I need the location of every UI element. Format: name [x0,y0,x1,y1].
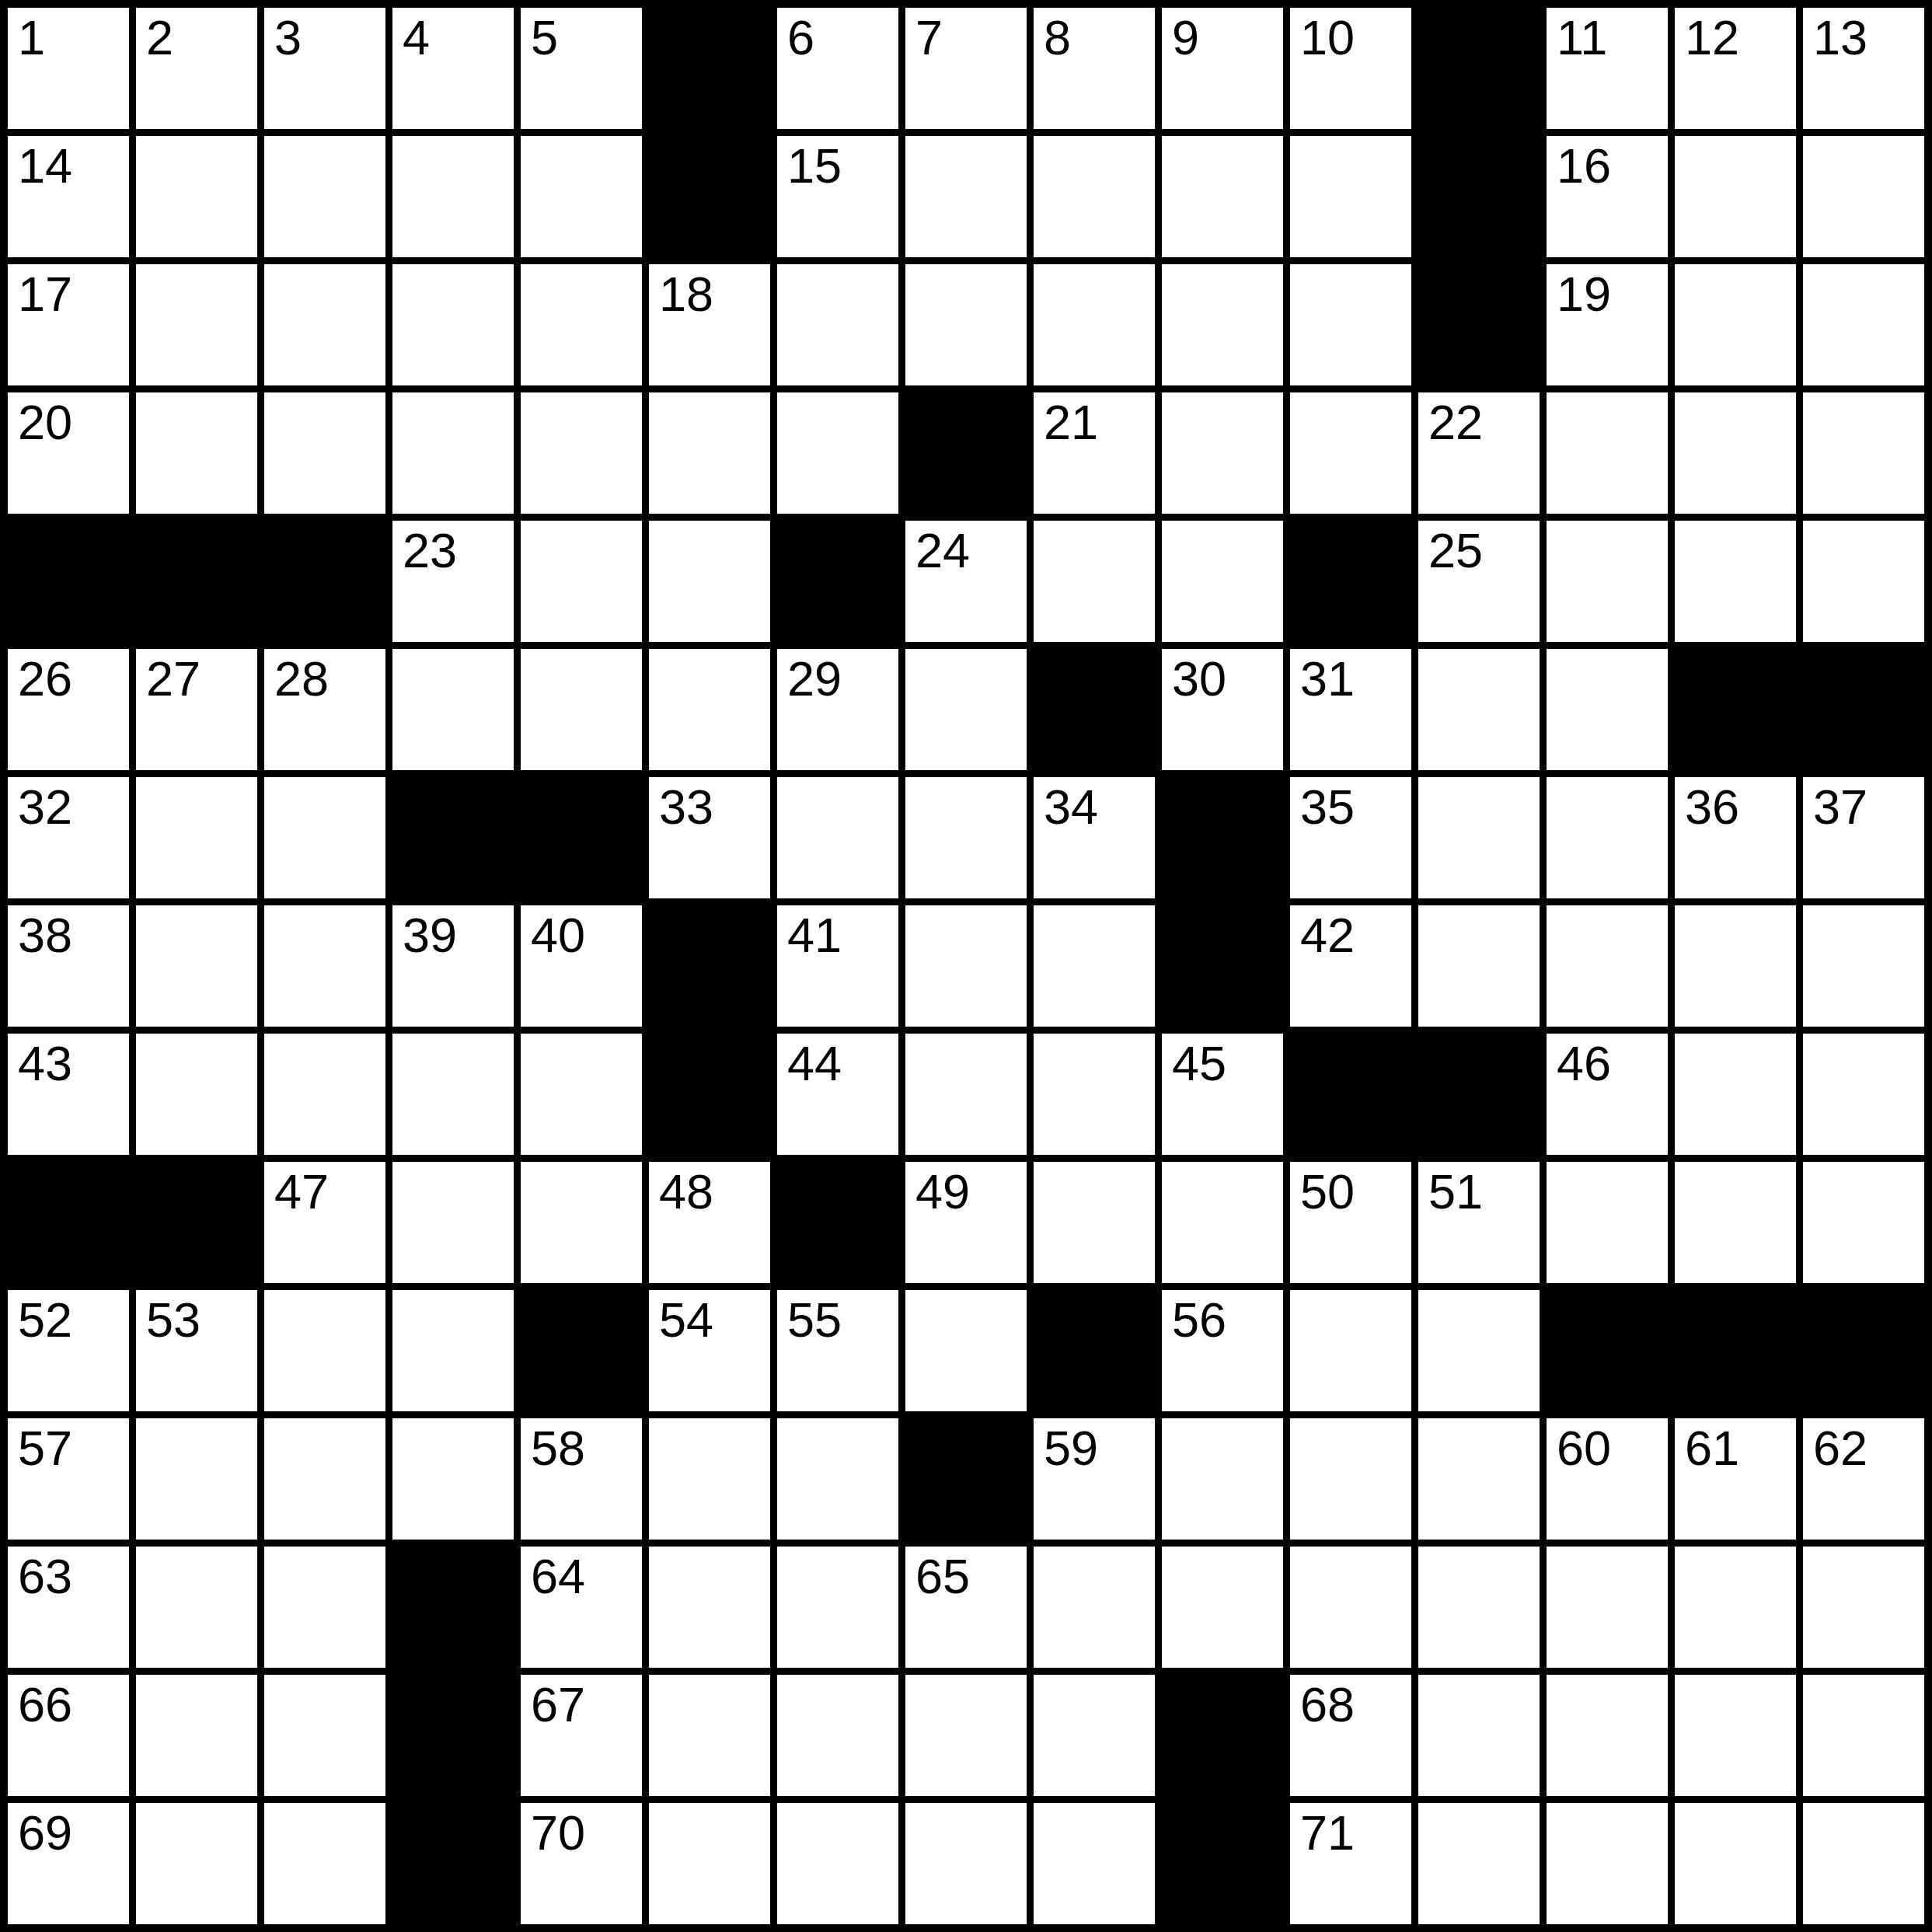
clue-number: 3 [274,9,302,65]
white-cell[interactable]: 41 [777,905,898,1027]
white-cell[interactable] [392,1034,514,1155]
clue-number: 44 [787,1035,842,1091]
white-cell[interactable] [521,136,642,257]
clue-number: 59 [1044,1420,1098,1476]
white-cell[interactable] [1547,1547,1668,1668]
clue-number: 27 [146,650,201,706]
white-cell[interactable]: 27 [136,649,257,770]
white-cell[interactable]: 65 [905,1547,1027,1668]
white-cell[interactable] [905,136,1027,257]
clue-number: 12 [1685,9,1739,65]
white-cell[interactable]: 69 [8,1803,129,1924]
white-cell[interactable]: 48 [649,1162,770,1283]
black-cell [649,136,770,257]
white-cell[interactable] [392,1162,514,1283]
white-cell[interactable]: 1 [8,8,129,129]
white-cell[interactable]: 20 [8,392,129,514]
clue-number: 66 [18,1676,72,1732]
white-cell[interactable]: 56 [1162,1290,1283,1411]
white-cell[interactable]: 42 [1290,905,1411,1027]
white-cell[interactable] [1675,905,1796,1027]
white-cell[interactable] [136,264,257,385]
black-cell [392,1675,514,1796]
white-cell[interactable] [905,777,1027,898]
clue-number: 19 [1557,266,1611,322]
white-cell[interactable] [1547,649,1668,770]
white-cell[interactable] [649,1803,770,1924]
clue-number: 34 [1044,779,1098,835]
white-cell[interactable] [777,264,898,385]
white-cell[interactable]: 37 [1803,777,1924,898]
clue-number: 1 [18,9,45,65]
white-cell[interactable] [1162,1162,1283,1283]
white-cell[interactable]: 14 [8,136,129,257]
white-cell[interactable] [1034,1162,1155,1283]
black-cell [777,1162,898,1283]
clue-number: 64 [531,1548,585,1604]
white-cell[interactable] [1675,1547,1796,1668]
white-cell[interactable] [905,1803,1027,1924]
clue-number: 6 [787,9,814,65]
white-cell[interactable] [392,1290,514,1411]
white-cell[interactable] [777,777,898,898]
white-cell[interactable] [1803,1675,1924,1796]
white-cell[interactable]: 43 [8,1034,129,1155]
clue-number: 48 [659,1163,713,1219]
black-cell [8,1162,129,1283]
clue-number: 57 [18,1420,72,1476]
clue-number: 14 [18,138,72,194]
white-cell[interactable] [777,392,898,514]
white-cell[interactable] [1034,264,1155,385]
white-cell[interactable] [1034,1803,1155,1924]
black-cell [1162,777,1283,898]
clue-number: 25 [1428,522,1483,578]
clue-number: 13 [1813,9,1867,65]
black-cell [1418,8,1540,129]
white-cell[interactable] [264,1547,385,1668]
white-cell[interactable] [1675,136,1796,257]
white-cell[interactable] [1547,392,1668,514]
white-cell[interactable] [1418,1418,1540,1540]
black-cell [264,521,385,642]
white-cell[interactable] [1803,264,1924,385]
clue-number: 29 [787,650,842,706]
white-cell[interactable]: 57 [8,1418,129,1540]
clue-number: 16 [1557,138,1611,194]
clue-number: 10 [1300,9,1355,65]
white-cell[interactable] [1162,1418,1283,1540]
white-cell[interactable] [777,1675,898,1796]
white-cell[interactable]: 66 [8,1675,129,1796]
white-cell[interactable] [264,392,385,514]
clue-number: 5 [531,9,558,65]
clue-number: 51 [1428,1163,1483,1219]
white-cell[interactable]: 50 [1290,1162,1411,1283]
white-cell[interactable]: 36 [1675,777,1796,898]
clue-number: 30 [1172,650,1226,706]
white-cell[interactable]: 5 [521,8,642,129]
clue-number: 71 [1300,1805,1355,1861]
clue-number: 2 [146,9,173,65]
white-cell[interactable]: 21 [1034,392,1155,514]
white-cell[interactable] [905,1290,1027,1411]
white-cell[interactable] [1675,392,1796,514]
white-cell[interactable] [1162,1547,1283,1668]
clue-number: 69 [18,1805,72,1861]
white-cell[interactable] [136,1675,257,1796]
white-cell[interactable] [1803,1803,1924,1924]
white-cell[interactable] [392,392,514,514]
black-cell [1162,905,1283,1027]
clue-number: 50 [1300,1163,1355,1219]
black-cell [392,777,514,898]
white-cell[interactable] [777,1418,898,1540]
clue-number: 68 [1300,1676,1355,1732]
crossword-board: 1234567891011121314151617181920212223242… [0,0,1932,1932]
white-cell[interactable] [1803,1547,1924,1668]
white-cell[interactable] [1034,521,1155,642]
black-cell [1803,1290,1924,1411]
white-cell[interactable]: 67 [521,1675,642,1796]
white-cell[interactable]: 6 [777,8,898,129]
white-cell[interactable] [905,649,1027,770]
white-cell[interactable] [264,1418,385,1540]
clue-number: 54 [659,1292,713,1348]
white-cell[interactable]: 59 [1034,1418,1155,1540]
clue-number: 45 [1172,1035,1226,1091]
black-cell [905,392,1027,514]
clue-number: 35 [1300,779,1355,835]
white-cell[interactable] [136,1803,257,1924]
black-cell [1418,1034,1540,1155]
white-cell[interactable]: 71 [1290,1803,1411,1924]
black-cell [649,1034,770,1155]
black-cell [1675,1290,1796,1411]
black-cell [1418,136,1540,257]
clue-number: 31 [1300,650,1355,706]
white-cell[interactable]: 51 [1418,1162,1540,1283]
white-cell[interactable]: 3 [264,8,385,129]
white-cell[interactable] [392,649,514,770]
white-cell[interactable]: 23 [392,521,514,642]
white-cell[interactable] [1803,392,1924,514]
clue-number: 41 [787,907,842,963]
white-cell[interactable] [1034,1034,1155,1155]
white-cell[interactable] [1162,392,1283,514]
white-cell[interactable]: 19 [1547,264,1668,385]
clue-number: 11 [1557,9,1607,65]
white-cell[interactable] [136,777,257,898]
white-cell[interactable] [1675,1034,1796,1155]
white-cell[interactable]: 22 [1418,392,1540,514]
white-cell[interactable]: 53 [136,1290,257,1411]
clue-number: 38 [18,907,72,963]
white-cell[interactable]: 64 [521,1547,642,1668]
black-cell [1418,264,1540,385]
black-cell [1290,1034,1411,1155]
clue-number: 70 [531,1805,585,1861]
clue-number: 37 [1813,779,1867,835]
white-cell[interactable] [905,1034,1027,1155]
white-cell[interactable]: 62 [1803,1418,1924,1540]
white-cell[interactable] [136,136,257,257]
clue-number: 24 [915,522,970,578]
white-cell[interactable] [649,521,770,642]
black-cell [649,8,770,129]
black-cell [521,1290,642,1411]
white-cell[interactable] [521,1034,642,1155]
clue-number: 8 [1044,9,1071,65]
white-cell[interactable]: 18 [649,264,770,385]
clue-number: 20 [18,394,72,450]
white-cell[interactable]: 2 [136,8,257,129]
white-cell[interactable]: 46 [1547,1034,1668,1155]
white-cell[interactable] [136,1547,257,1668]
white-cell[interactable] [1418,1675,1540,1796]
white-cell[interactable] [521,392,642,514]
black-cell [1803,649,1924,770]
clue-number: 49 [915,1163,970,1219]
white-cell[interactable] [1162,264,1283,385]
white-cell[interactable]: 40 [521,905,642,1027]
white-cell[interactable] [264,905,385,1027]
white-cell[interactable] [1034,905,1155,1027]
black-cell [905,1418,1027,1540]
black-cell [521,777,642,898]
white-cell[interactable] [777,1803,898,1924]
white-cell[interactable] [1675,1675,1796,1796]
white-cell[interactable] [1675,1803,1796,1924]
white-cell[interactable]: 68 [1290,1675,1411,1796]
white-cell[interactable] [905,1675,1027,1796]
white-cell[interactable]: 58 [521,1418,642,1540]
white-cell[interactable] [1675,264,1796,385]
white-cell[interactable]: 35 [1290,777,1411,898]
white-cell[interactable]: 9 [1162,8,1283,129]
white-cell[interactable]: 15 [777,136,898,257]
white-cell[interactable]: 24 [905,521,1027,642]
clue-number: 55 [787,1292,842,1348]
black-cell [8,521,129,642]
clue-number: 60 [1557,1420,1611,1476]
black-cell [1162,1675,1283,1796]
black-cell [1675,649,1796,770]
white-cell[interactable]: 63 [8,1547,129,1668]
white-cell[interactable] [1675,1162,1796,1283]
white-cell[interactable] [1547,521,1668,642]
clue-number: 26 [18,650,72,706]
white-cell[interactable] [1547,1803,1668,1924]
clue-number: 65 [915,1548,970,1604]
clue-number: 7 [915,9,943,65]
white-cell[interactable] [264,1675,385,1796]
white-cell[interactable] [649,1418,770,1540]
white-cell[interactable] [1418,1290,1540,1411]
white-cell[interactable] [1290,1547,1411,1668]
clue-number: 63 [18,1548,72,1604]
white-cell[interactable] [1675,521,1796,642]
black-cell [1547,1290,1668,1411]
clue-number: 4 [403,9,430,65]
white-cell[interactable]: 45 [1162,1034,1283,1155]
black-cell [777,521,898,642]
clue-number: 39 [403,907,457,963]
white-cell[interactable]: 30 [1162,649,1283,770]
white-cell[interactable]: 55 [777,1290,898,1411]
white-cell[interactable]: 11 [1547,8,1668,129]
white-cell[interactable] [136,1034,257,1155]
clue-number: 58 [531,1420,585,1476]
white-cell[interactable] [1547,1162,1668,1283]
white-cell[interactable] [1290,1418,1411,1540]
white-cell[interactable] [1803,521,1924,642]
white-cell[interactable]: 10 [1290,8,1411,129]
white-cell[interactable] [264,136,385,257]
white-cell[interactable]: 8 [1034,8,1155,129]
black-cell [392,1803,514,1924]
clue-number: 9 [1172,9,1199,65]
clue-number: 52 [18,1292,72,1348]
white-cell[interactable]: 13 [1803,8,1924,129]
white-cell[interactable] [649,1675,770,1796]
white-cell[interactable]: 4 [392,8,514,129]
white-cell[interactable]: 61 [1675,1418,1796,1540]
black-cell [649,905,770,1027]
white-cell[interactable] [521,521,642,642]
white-cell[interactable]: 28 [264,649,385,770]
clue-number: 67 [531,1676,585,1732]
white-cell[interactable] [392,1418,514,1540]
white-cell[interactable] [136,392,257,514]
clue-number: 42 [1300,907,1355,963]
white-cell[interactable]: 31 [1290,649,1411,770]
white-cell[interactable]: 52 [8,1290,129,1411]
white-cell[interactable]: 26 [8,649,129,770]
clue-number: 15 [787,138,842,194]
clue-number: 40 [531,907,585,963]
black-cell [1034,649,1155,770]
white-cell[interactable] [136,905,257,1027]
white-cell[interactable]: 25 [1418,521,1540,642]
white-cell[interactable] [905,264,1027,385]
white-cell[interactable] [1290,392,1411,514]
white-cell[interactable] [1803,1162,1924,1283]
white-cell[interactable] [1290,1290,1411,1411]
clue-number: 18 [659,266,713,322]
white-cell[interactable] [1034,1547,1155,1668]
white-cell[interactable] [1162,521,1283,642]
white-cell[interactable]: 44 [777,1034,898,1155]
clue-number: 21 [1044,394,1098,450]
white-cell[interactable] [1803,1034,1924,1155]
clue-number: 43 [18,1035,72,1091]
white-cell[interactable]: 47 [264,1162,385,1283]
white-cell[interactable]: 16 [1547,136,1668,257]
white-cell[interactable] [264,264,385,385]
white-cell[interactable]: 34 [1034,777,1155,898]
white-cell[interactable] [1547,777,1668,898]
white-cell[interactable] [1418,1547,1540,1668]
clue-number: 23 [403,522,457,578]
white-cell[interactable] [1162,136,1283,257]
white-cell[interactable] [521,1162,642,1283]
white-cell[interactable] [1418,649,1540,770]
clue-number: 47 [274,1163,329,1219]
white-cell[interactable]: 49 [905,1162,1027,1283]
clue-number: 32 [18,779,72,835]
white-cell[interactable]: 33 [649,777,770,898]
white-cell[interactable] [1803,136,1924,257]
clue-number: 17 [18,266,72,322]
white-cell[interactable] [136,1418,257,1540]
white-cell[interactable] [649,392,770,514]
white-cell[interactable] [264,1290,385,1411]
white-cell[interactable]: 70 [521,1803,642,1924]
white-cell[interactable] [521,264,642,385]
white-cell[interactable] [1418,777,1540,898]
white-cell[interactable] [1034,136,1155,257]
white-cell[interactable]: 39 [392,905,514,1027]
clue-number: 56 [1172,1292,1226,1348]
clue-number: 61 [1685,1420,1739,1476]
white-cell[interactable] [1418,905,1540,1027]
white-cell[interactable] [264,1034,385,1155]
white-cell[interactable] [264,1803,385,1924]
white-cell[interactable] [264,777,385,898]
clue-number: 46 [1557,1035,1611,1091]
black-cell [1034,1290,1155,1411]
white-cell[interactable] [1803,905,1924,1027]
white-cell[interactable]: 54 [649,1290,770,1411]
white-cell[interactable] [905,905,1027,1027]
white-cell[interactable] [1290,136,1411,257]
white-cell[interactable] [392,136,514,257]
white-cell[interactable] [392,264,514,385]
white-cell[interactable]: 17 [8,264,129,385]
white-cell[interactable] [1034,1675,1155,1796]
white-cell[interactable]: 32 [8,777,129,898]
clue-number: 53 [146,1292,201,1348]
white-cell[interactable]: 29 [777,649,898,770]
white-cell[interactable] [777,1547,898,1668]
clue-number: 62 [1813,1420,1867,1476]
white-cell[interactable] [521,649,642,770]
white-cell[interactable] [1290,264,1411,385]
white-cell[interactable] [649,649,770,770]
white-cell[interactable]: 60 [1547,1418,1668,1540]
black-cell [136,521,257,642]
black-cell [136,1162,257,1283]
white-cell[interactable] [1418,1803,1540,1924]
white-cell[interactable] [1547,1675,1668,1796]
black-cell [392,1547,514,1668]
black-cell [1290,521,1411,642]
black-cell [1162,1803,1283,1924]
white-cell[interactable] [649,1547,770,1668]
clue-number: 33 [659,779,713,835]
clue-number: 28 [274,650,329,706]
white-cell[interactable]: 38 [8,905,129,1027]
white-cell[interactable] [1547,905,1668,1027]
white-cell[interactable]: 7 [905,8,1027,129]
clue-number: 22 [1428,394,1483,450]
clue-number: 36 [1685,779,1739,835]
white-cell[interactable]: 12 [1675,8,1796,129]
